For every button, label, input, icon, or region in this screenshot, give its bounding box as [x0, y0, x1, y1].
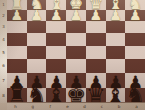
square-b4[interactable]: [125, 33, 145, 46]
rank-labels: 12345678: [0, 0, 7, 103]
square-c4[interactable]: [106, 33, 126, 46]
square-f6[interactable]: [46, 59, 66, 73]
square-b2[interactable]: ♟: [125, 10, 145, 21]
board-grid: ♜♞♝♚♛♝♞♜♟♟♟♟♟♟♟♟♟♟♟♟♟♟♟♟♜♞♝♚♛♝♞♜: [7, 0, 145, 103]
square-h5[interactable]: [7, 46, 27, 59]
file-label-e: e: [59, 103, 76, 110]
piece-white-pawn[interactable]: ♟: [129, 10, 142, 22]
rank-label-3: 3: [0, 21, 7, 33]
piece-white-pawn[interactable]: ♟: [30, 10, 43, 22]
square-b6[interactable]: [125, 59, 145, 73]
chessboard-photo: ♜♞♝♚♛♝♞♜♟♟♟♟♟♟♟♟♟♟♟♟♟♟♟♟♜♞♝♚♛♝♞♜ 1234567…: [0, 0, 145, 110]
piece-white-pawn[interactable]: ♟: [90, 10, 103, 22]
rank-label-5: 5: [0, 46, 7, 59]
square-f5[interactable]: [46, 46, 66, 59]
square-f4[interactable]: [46, 33, 66, 46]
square-g4[interactable]: [27, 33, 47, 46]
square-b8[interactable]: ♞: [125, 88, 145, 103]
square-h6[interactable]: [7, 59, 27, 73]
square-g6[interactable]: [27, 59, 47, 73]
square-d4[interactable]: [86, 33, 106, 46]
square-d8[interactable]: ♛: [86, 88, 106, 103]
square-g5[interactable]: [27, 46, 47, 59]
file-label-c: c: [93, 103, 110, 110]
file-label-g: g: [24, 103, 41, 110]
rank-label-4: 4: [0, 33, 7, 46]
square-d6[interactable]: [86, 59, 106, 73]
piece-white-pawn[interactable]: ♟: [109, 10, 122, 22]
square-d5[interactable]: [86, 46, 106, 59]
rank-label-6: 6: [0, 59, 7, 73]
square-h8[interactable]: ♜: [7, 88, 27, 103]
piece-white-pawn[interactable]: ♟: [11, 10, 24, 22]
square-h4[interactable]: [7, 33, 27, 46]
square-c8[interactable]: ♝: [106, 88, 126, 103]
square-c5[interactable]: [106, 46, 126, 59]
square-f8[interactable]: ♝: [46, 88, 66, 103]
rank-label-8: 8: [0, 88, 7, 103]
file-label-f: f: [42, 103, 59, 110]
square-e8[interactable]: ♚: [66, 88, 86, 103]
file-label-a: a: [128, 103, 145, 110]
piece-white-pawn[interactable]: ♟: [70, 10, 83, 22]
piece-white-pawn[interactable]: ♟: [50, 10, 63, 22]
rank-label-7: 7: [0, 73, 7, 88]
file-label-d: d: [76, 103, 93, 110]
file-label-b: b: [111, 103, 128, 110]
square-b5[interactable]: [125, 46, 145, 59]
square-c6[interactable]: [106, 59, 126, 73]
rank-label-2: 2: [0, 10, 7, 21]
file-labels: hgfedcba: [7, 102, 145, 110]
file-label-h: h: [7, 103, 24, 110]
square-g8[interactable]: ♞: [27, 88, 47, 103]
square-e5[interactable]: [66, 46, 86, 59]
square-e6[interactable]: [66, 59, 86, 73]
square-e4[interactable]: [66, 33, 86, 46]
rank-label-1: 1: [0, 0, 7, 10]
